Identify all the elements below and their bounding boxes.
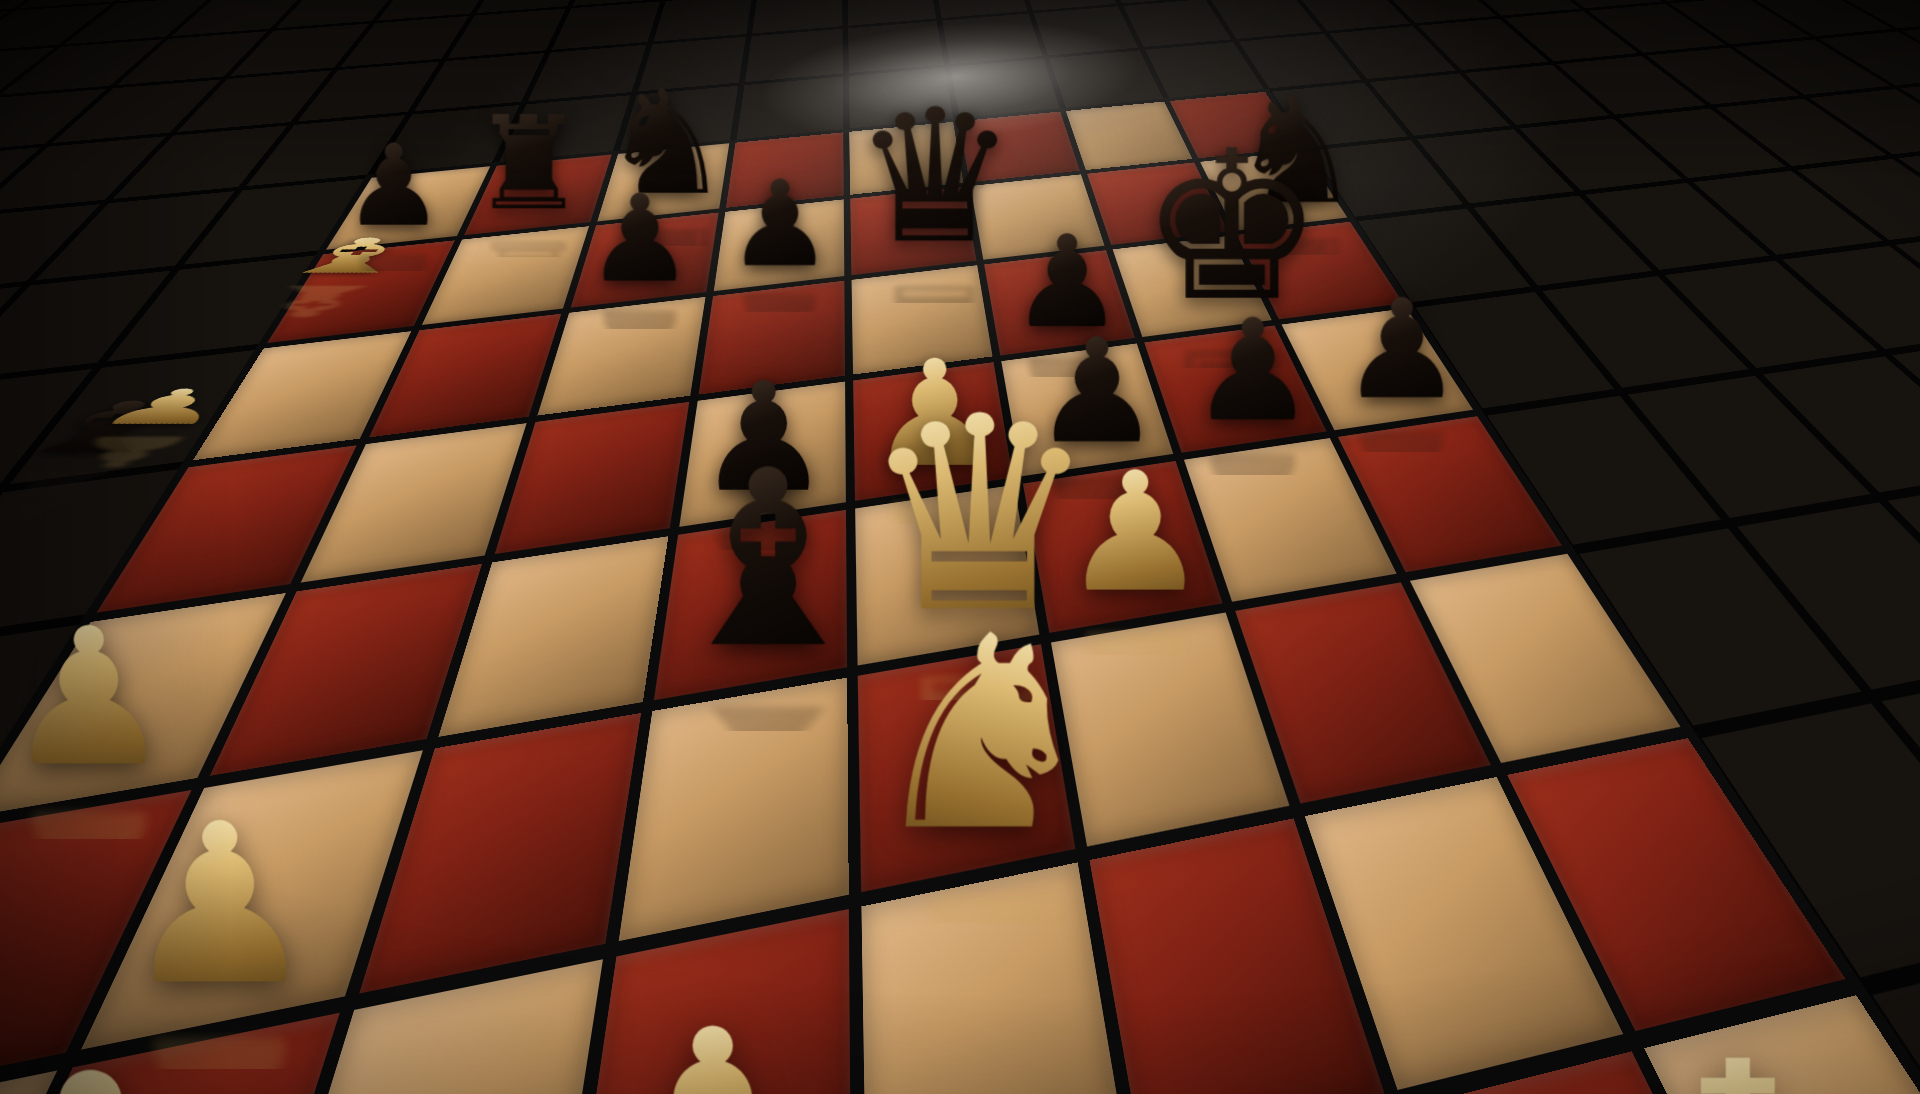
white-knight-e3-piece[interactable]: ♞: [862, 607, 1077, 860]
white-knight-icon: ♞: [862, 607, 1101, 860]
square-c6[interactable]: [537, 297, 705, 416]
square-e3[interactable]: ♞: [857, 645, 1076, 893]
black-rook-b8-piece[interactable]: ♜: [469, 103, 588, 226]
black-pawn-h5-piece[interactable]: ♟: [1328, 284, 1475, 414]
black-queen-e7-piece[interactable]: ♛: [852, 89, 977, 264]
black-pawn-icon: ♟: [1340, 284, 1463, 414]
square-d7[interactable]: ♟: [713, 199, 843, 291]
black-bishop-d4-piece[interactable]: ♝: [658, 445, 845, 677]
black-pawn-c7-piece[interactable]: ♟: [575, 182, 704, 297]
square-f2[interactable]: [1090, 819, 1385, 1094]
white-king-icon: ♚: [1527, 1016, 1920, 1094]
black-pawn-icon: ♟: [586, 182, 694, 297]
black-pawn-g5-piece[interactable]: ♟: [1178, 303, 1329, 436]
chess-3d-scene: ♟♜♞♟♟♛♞♟♚♟♟♟♟♟♟♝♛♟♟♞♞♝♟♜♟♚ ♝♟♝: [0, 0, 1920, 1094]
square-g1[interactable]: ♚: [1404, 1052, 1823, 1094]
square-c7[interactable]: ♟: [570, 212, 718, 307]
white-king-g1-piece[interactable]: ♚: [1527, 1016, 1833, 1094]
white-pawn-icon: ♟: [598, 1003, 826, 1094]
square-b5[interactable]: [301, 423, 527, 582]
square-d4[interactable]: ♝: [653, 510, 846, 701]
white-pawn-d2-piece[interactable]: ♟: [576, 1003, 849, 1094]
white-pawn-b3-piece[interactable]: ♟: [101, 801, 338, 1011]
square-d2[interactable]: ♟: [566, 910, 850, 1094]
black-pawn-d7-piece[interactable]: ♟: [716, 168, 843, 280]
black-pawn-icon: ♟: [726, 168, 832, 280]
white-bishop-piece[interactable]: ♝: [260, 233, 431, 279]
white-pawn-a4-piece[interactable]: ♟: [0, 608, 190, 788]
square-b4[interactable]: [209, 563, 481, 776]
white-bishop-b2-piece[interactable]: ♝: [0, 1036, 213, 1094]
square-e2[interactable]: [861, 863, 1128, 1094]
black-queen-icon: ♛: [852, 89, 1017, 264]
white-bishop-icon: ♝: [260, 233, 444, 279]
black-bishop-icon: ♝: [658, 445, 877, 677]
white-bishop-icon: ♝: [0, 1036, 264, 1094]
square-e7[interactable]: ♛: [850, 187, 977, 275]
white-pawn-icon: ♟: [3, 608, 173, 788]
black-pawn-icon: ♟: [1190, 303, 1316, 436]
black-rook-icon: ♜: [471, 103, 587, 226]
square-d3[interactable]: [618, 678, 848, 942]
square-b2[interactable]: ♝: [0, 1013, 339, 1094]
square-c4[interactable]: [438, 536, 668, 738]
wallpaper-3d-chess-scene: { "game": "chess", "scene": { "descripti…: [0, 0, 1920, 1094]
square-b6[interactable]: [369, 314, 561, 438]
white-pawn-icon: ♟: [120, 801, 318, 1011]
square-h3[interactable]: [1410, 554, 1680, 763]
